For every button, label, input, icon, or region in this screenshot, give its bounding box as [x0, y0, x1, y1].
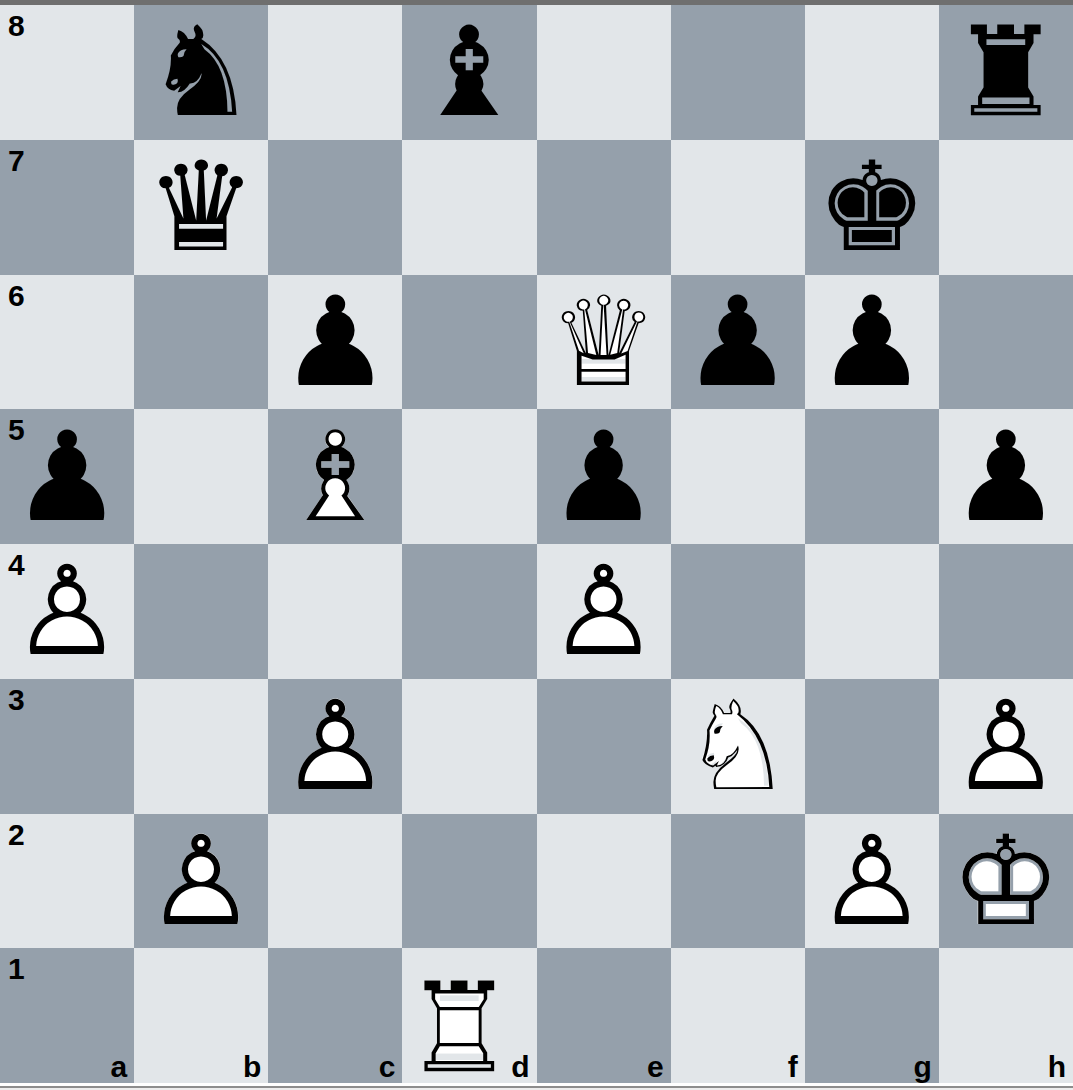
square-e6[interactable]: ♛♕	[537, 275, 671, 410]
square-b3[interactable]	[134, 679, 268, 814]
black-pawn-piece[interactable]: ♟	[537, 409, 671, 544]
rank-label-2: 2	[8, 820, 25, 850]
square-d6[interactable]	[402, 275, 536, 410]
square-a3[interactable]: 3	[0, 679, 134, 814]
square-d8[interactable]: ♝	[402, 5, 536, 140]
rank-label-8: 8	[8, 11, 25, 41]
square-f3[interactable]: ♞♘	[671, 679, 805, 814]
square-g3[interactable]	[805, 679, 939, 814]
square-e2[interactable]	[537, 814, 671, 949]
black-pawn-piece[interactable]: ♟	[939, 409, 1073, 544]
square-f2[interactable]	[671, 814, 805, 949]
bottom-edge-strip	[0, 1083, 1073, 1090]
square-e8[interactable]	[537, 5, 671, 140]
white-knight-piece[interactable]: ♞♘	[671, 679, 805, 814]
square-h1[interactable]: h	[939, 948, 1073, 1083]
square-h5[interactable]: ♟	[939, 409, 1073, 544]
square-h4[interactable]	[939, 544, 1073, 679]
file-label-a: a	[110, 1052, 127, 1082]
black-bishop-piece[interactable]: ♝	[402, 5, 536, 140]
square-d5[interactable]	[402, 409, 536, 544]
square-g8[interactable]	[805, 5, 939, 140]
white-bishop-piece[interactable]: ♝♗	[268, 409, 402, 544]
square-d1[interactable]: d♜♖	[402, 948, 536, 1083]
square-c5[interactable]: ♝♗	[268, 409, 402, 544]
rank-label-6: 6	[8, 281, 25, 311]
square-h6[interactable]	[939, 275, 1073, 410]
chess-board: 8♞♝♜7♛♚6♟♛♕♟♟5♟♝♗♟♟4♟♙♟♙3♟♙♞♘♟♙2♟♙♟♙♚♔1a…	[0, 5, 1073, 1083]
square-f7[interactable]	[671, 140, 805, 275]
square-e7[interactable]	[537, 140, 671, 275]
rank-label-1: 1	[8, 954, 25, 984]
square-d4[interactable]	[402, 544, 536, 679]
square-b4[interactable]	[134, 544, 268, 679]
square-e3[interactable]	[537, 679, 671, 814]
white-king-piece[interactable]: ♚♔	[939, 814, 1073, 949]
black-knight-piece[interactable]: ♞	[134, 5, 268, 140]
file-label-f: f	[788, 1052, 798, 1082]
square-h8[interactable]: ♜	[939, 5, 1073, 140]
square-g1[interactable]: g	[805, 948, 939, 1083]
square-c3[interactable]: ♟♙	[268, 679, 402, 814]
square-h2[interactable]: ♚♔	[939, 814, 1073, 949]
file-label-g: g	[914, 1052, 932, 1082]
square-e4[interactable]: ♟♙	[537, 544, 671, 679]
rank-label-3: 3	[8, 685, 25, 715]
white-pawn-piece[interactable]: ♟♙	[805, 814, 939, 949]
square-a8[interactable]: 8	[0, 5, 134, 140]
file-label-b: b	[243, 1052, 261, 1082]
square-g2[interactable]: ♟♙	[805, 814, 939, 949]
black-rook-piece[interactable]: ♜	[939, 5, 1073, 140]
square-a2[interactable]: 2	[0, 814, 134, 949]
square-b8[interactable]: ♞	[134, 5, 268, 140]
square-b6[interactable]	[134, 275, 268, 410]
square-c7[interactable]	[268, 140, 402, 275]
square-h3[interactable]: ♟♙	[939, 679, 1073, 814]
square-f4[interactable]	[671, 544, 805, 679]
square-a6[interactable]: 6	[0, 275, 134, 410]
square-a1[interactable]: 1a	[0, 948, 134, 1083]
white-pawn-piece[interactable]: ♟♙	[939, 679, 1073, 814]
square-e5[interactable]: ♟	[537, 409, 671, 544]
square-f1[interactable]: f	[671, 948, 805, 1083]
square-g4[interactable]	[805, 544, 939, 679]
black-king-piece[interactable]: ♚	[805, 140, 939, 275]
square-a5[interactable]: 5♟	[0, 409, 134, 544]
square-f8[interactable]	[671, 5, 805, 140]
square-e1[interactable]: e	[537, 948, 671, 1083]
black-pawn-piece[interactable]: ♟	[805, 275, 939, 410]
white-pawn-piece[interactable]: ♟♙	[134, 814, 268, 949]
black-pawn-piece[interactable]: ♟	[268, 275, 402, 410]
black-pawn-piece[interactable]: ♟	[671, 275, 805, 410]
white-pawn-piece[interactable]: ♟♙	[0, 544, 134, 679]
square-g6[interactable]: ♟	[805, 275, 939, 410]
square-a7[interactable]: 7	[0, 140, 134, 275]
square-d2[interactable]	[402, 814, 536, 949]
square-f5[interactable]	[671, 409, 805, 544]
file-label-e: e	[647, 1052, 664, 1082]
square-b2[interactable]: ♟♙	[134, 814, 268, 949]
square-c6[interactable]: ♟	[268, 275, 402, 410]
square-c2[interactable]	[268, 814, 402, 949]
black-queen-piece[interactable]: ♛	[134, 140, 268, 275]
square-d7[interactable]	[402, 140, 536, 275]
square-c1[interactable]: c	[268, 948, 402, 1083]
white-queen-piece[interactable]: ♛♕	[537, 275, 671, 410]
rank-label-7: 7	[8, 146, 25, 176]
square-a4[interactable]: 4♟♙	[0, 544, 134, 679]
square-b7[interactable]: ♛	[134, 140, 268, 275]
white-pawn-piece[interactable]: ♟♙	[268, 679, 402, 814]
white-pawn-piece[interactable]: ♟♙	[537, 544, 671, 679]
black-pawn-piece[interactable]: ♟	[0, 409, 134, 544]
file-label-h: h	[1048, 1052, 1066, 1082]
square-h7[interactable]	[939, 140, 1073, 275]
square-g7[interactable]: ♚	[805, 140, 939, 275]
square-f6[interactable]: ♟	[671, 275, 805, 410]
square-d3[interactable]	[402, 679, 536, 814]
square-g5[interactable]	[805, 409, 939, 544]
square-c8[interactable]	[268, 5, 402, 140]
square-c4[interactable]	[268, 544, 402, 679]
chess-app: 8♞♝♜7♛♚6♟♛♕♟♟5♟♝♗♟♟4♟♙♟♙3♟♙♞♘♟♙2♟♙♟♙♚♔1a…	[0, 0, 1073, 1090]
white-rook-piece[interactable]: ♜♖	[392, 960, 526, 1090]
square-b1[interactable]: b	[134, 948, 268, 1083]
square-b5[interactable]	[134, 409, 268, 544]
